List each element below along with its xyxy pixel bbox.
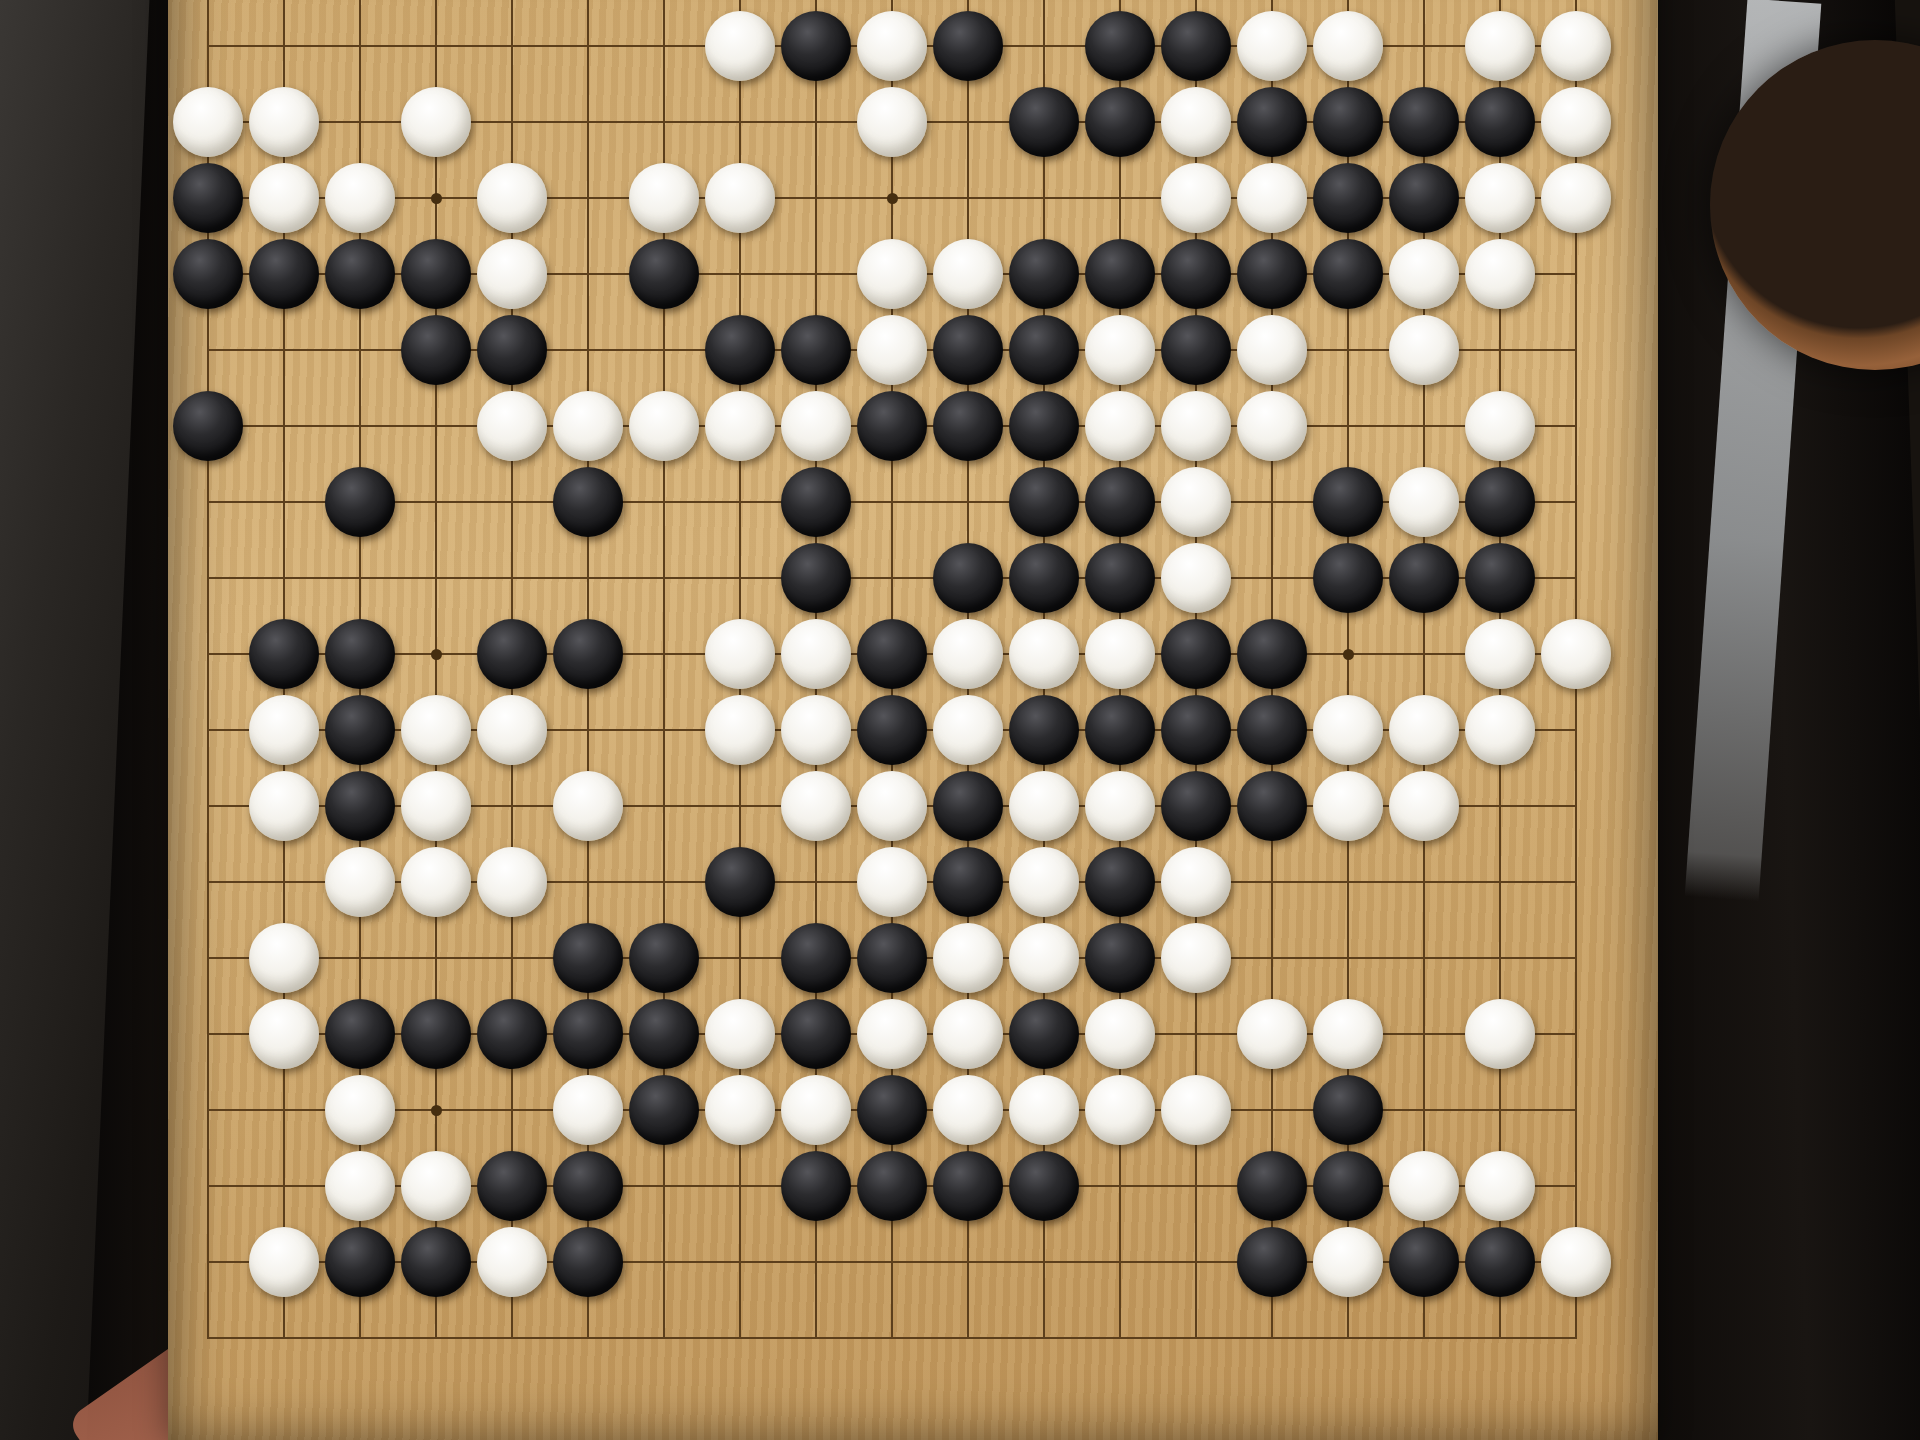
white-stone — [249, 999, 319, 1069]
black-stone — [553, 619, 623, 689]
black-stone — [325, 619, 395, 689]
white-stone — [1313, 11, 1383, 81]
white-stone — [1085, 315, 1155, 385]
black-stone — [173, 163, 243, 233]
black-stone — [477, 999, 547, 1069]
white-stone — [1541, 11, 1611, 81]
black-stone — [857, 923, 927, 993]
white-stone — [781, 619, 851, 689]
black-stone — [933, 543, 1003, 613]
black-stone — [933, 11, 1003, 81]
white-stone — [1085, 771, 1155, 841]
black-stone — [249, 619, 319, 689]
black-stone — [933, 1151, 1003, 1221]
black-stone — [1009, 87, 1079, 157]
white-stone — [1465, 163, 1535, 233]
white-stone — [477, 163, 547, 233]
white-stone — [1465, 239, 1535, 309]
white-stone — [1541, 87, 1611, 157]
white-stone — [249, 695, 319, 765]
white-stone — [1161, 1075, 1231, 1145]
black-stone — [1085, 847, 1155, 917]
black-stone — [1313, 1151, 1383, 1221]
white-stone — [1085, 1075, 1155, 1145]
black-stone — [325, 467, 395, 537]
white-stone — [249, 923, 319, 993]
black-stone — [1085, 695, 1155, 765]
black-stone — [1389, 1227, 1459, 1297]
white-stone — [705, 1075, 775, 1145]
black-stone — [857, 391, 927, 461]
white-stone — [1465, 391, 1535, 461]
black-stone — [325, 999, 395, 1069]
black-stone — [1085, 543, 1155, 613]
black-stone — [781, 1151, 851, 1221]
white-stone — [1009, 923, 1079, 993]
white-stone — [325, 1075, 395, 1145]
white-stone — [1161, 87, 1231, 157]
white-stone — [477, 847, 547, 917]
black-stone — [1009, 1151, 1079, 1221]
white-stone — [477, 695, 547, 765]
black-stone — [553, 1151, 623, 1221]
black-stone — [933, 315, 1003, 385]
white-stone — [1161, 467, 1231, 537]
black-stone — [1237, 1151, 1307, 1221]
black-stone — [1313, 87, 1383, 157]
white-stone — [553, 1075, 623, 1145]
black-stone — [477, 619, 547, 689]
white-stone — [401, 695, 471, 765]
black-stone — [325, 771, 395, 841]
white-stone — [933, 695, 1003, 765]
white-stone — [1313, 771, 1383, 841]
white-stone — [781, 391, 851, 461]
white-stone — [325, 1151, 395, 1221]
white-stone — [1389, 467, 1459, 537]
white-stone — [705, 695, 775, 765]
black-stone — [1313, 1075, 1383, 1145]
white-stone — [1009, 1075, 1079, 1145]
white-stone — [781, 695, 851, 765]
go-photo-scene: { "game": "go", "board_size": 19, "note_… — [0, 0, 1920, 1440]
black-stone — [1465, 87, 1535, 157]
white-stone — [1009, 847, 1079, 917]
black-stone — [1009, 999, 1079, 1069]
white-stone — [1161, 923, 1231, 993]
black-stone — [857, 619, 927, 689]
black-stone — [1313, 543, 1383, 613]
black-stone — [401, 999, 471, 1069]
white-stone — [1085, 999, 1155, 1069]
white-stone — [249, 771, 319, 841]
black-stone — [477, 1151, 547, 1221]
black-stone — [781, 467, 851, 537]
white-stone — [477, 391, 547, 461]
white-stone — [857, 11, 927, 81]
white-stone — [1465, 695, 1535, 765]
white-stone — [1465, 619, 1535, 689]
black-stone — [1389, 163, 1459, 233]
black-stone — [857, 1151, 927, 1221]
white-stone — [705, 999, 775, 1069]
black-stone — [1085, 11, 1155, 81]
black-stone — [781, 11, 851, 81]
black-stone — [1009, 391, 1079, 461]
black-stone — [1009, 543, 1079, 613]
black-stone — [401, 239, 471, 309]
black-stone — [629, 1075, 699, 1145]
white-stone — [1161, 847, 1231, 917]
white-stone — [1389, 315, 1459, 385]
white-stone — [857, 239, 927, 309]
white-stone — [629, 391, 699, 461]
black-stone — [1313, 239, 1383, 309]
black-stone — [1009, 239, 1079, 309]
white-stone — [553, 391, 623, 461]
white-stone — [401, 771, 471, 841]
black-stone — [781, 923, 851, 993]
black-stone — [477, 315, 547, 385]
white-stone — [1009, 771, 1079, 841]
white-stone — [857, 847, 927, 917]
black-stone — [1389, 543, 1459, 613]
black-stone — [249, 239, 319, 309]
black-stone — [401, 315, 471, 385]
black-stone — [1237, 619, 1307, 689]
white-stone — [629, 163, 699, 233]
white-stone — [1237, 11, 1307, 81]
black-stone — [1085, 467, 1155, 537]
white-stone — [325, 163, 395, 233]
black-stone — [933, 391, 1003, 461]
white-stone — [1541, 619, 1611, 689]
white-stone — [1085, 619, 1155, 689]
white-stone — [1389, 695, 1459, 765]
black-stone — [781, 999, 851, 1069]
white-stone — [705, 619, 775, 689]
black-stone — [1313, 467, 1383, 537]
black-stone — [705, 315, 775, 385]
white-stone — [1313, 1227, 1383, 1297]
black-stone — [401, 1227, 471, 1297]
black-stone — [629, 923, 699, 993]
white-stone — [933, 239, 1003, 309]
white-stone — [705, 163, 775, 233]
white-stone — [1009, 619, 1079, 689]
black-stone — [1085, 923, 1155, 993]
black-stone — [1009, 315, 1079, 385]
black-stone — [1161, 771, 1231, 841]
white-stone — [1465, 999, 1535, 1069]
black-stone — [553, 467, 623, 537]
black-stone — [173, 239, 243, 309]
black-stone — [1161, 239, 1231, 309]
white-stone — [1237, 999, 1307, 1069]
black-stone — [1465, 1227, 1535, 1297]
white-stone — [781, 771, 851, 841]
black-stone — [781, 543, 851, 613]
black-stone — [1465, 543, 1535, 613]
black-stone — [781, 315, 851, 385]
black-stone — [325, 1227, 395, 1297]
white-stone — [401, 1151, 471, 1221]
black-stone — [1237, 239, 1307, 309]
white-stone — [933, 999, 1003, 1069]
white-stone — [401, 847, 471, 917]
hoshi-point — [431, 1105, 442, 1116]
black-stone — [1237, 87, 1307, 157]
black-stone — [933, 847, 1003, 917]
white-stone — [705, 391, 775, 461]
black-stone — [1161, 11, 1231, 81]
white-stone — [857, 315, 927, 385]
black-stone — [857, 695, 927, 765]
black-stone — [553, 999, 623, 1069]
white-stone — [1465, 1151, 1535, 1221]
black-stone — [1237, 771, 1307, 841]
white-stone — [1313, 695, 1383, 765]
white-stone — [705, 11, 775, 81]
white-stone — [1313, 999, 1383, 1069]
white-stone — [1161, 391, 1231, 461]
white-stone — [1389, 771, 1459, 841]
white-stone — [933, 923, 1003, 993]
white-stone — [1237, 315, 1307, 385]
white-stone — [249, 87, 319, 157]
white-stone — [1161, 543, 1231, 613]
white-stone — [249, 1227, 319, 1297]
white-stone — [933, 619, 1003, 689]
black-stone — [1161, 695, 1231, 765]
black-stone — [933, 771, 1003, 841]
black-stone — [1465, 467, 1535, 537]
white-stone — [401, 87, 471, 157]
black-stone — [705, 847, 775, 917]
white-stone — [1161, 163, 1231, 233]
go-board — [168, 0, 1658, 1440]
white-stone — [781, 1075, 851, 1145]
black-stone — [325, 695, 395, 765]
black-stone — [1237, 695, 1307, 765]
black-stone — [553, 923, 623, 993]
black-stone — [1161, 619, 1231, 689]
white-stone — [1237, 163, 1307, 233]
black-stone — [1237, 1227, 1307, 1297]
black-stone — [629, 239, 699, 309]
black-stone — [857, 1075, 927, 1145]
white-stone — [933, 1075, 1003, 1145]
white-stone — [857, 999, 927, 1069]
white-stone — [1237, 391, 1307, 461]
hoshi-point — [431, 649, 442, 660]
white-stone — [477, 239, 547, 309]
white-stone — [1465, 11, 1535, 81]
black-stone — [1313, 163, 1383, 233]
white-stone — [1541, 163, 1611, 233]
white-stone — [1085, 391, 1155, 461]
black-stone — [173, 391, 243, 461]
white-stone — [857, 771, 927, 841]
black-stone — [629, 999, 699, 1069]
white-stone — [1541, 1227, 1611, 1297]
white-stone — [325, 847, 395, 917]
black-stone — [1009, 695, 1079, 765]
hoshi-point — [887, 193, 898, 204]
black-stone — [1389, 87, 1459, 157]
hoshi-point — [1343, 649, 1354, 660]
black-stone — [1161, 315, 1231, 385]
white-stone — [477, 1227, 547, 1297]
white-stone — [857, 87, 927, 157]
black-stone — [1085, 87, 1155, 157]
black-stone — [1085, 239, 1155, 309]
white-stone — [173, 87, 243, 157]
hoshi-point — [431, 193, 442, 204]
white-stone — [249, 163, 319, 233]
black-stone — [325, 239, 395, 309]
white-stone — [553, 771, 623, 841]
white-stone — [1389, 239, 1459, 309]
white-stone — [1389, 1151, 1459, 1221]
black-stone — [1009, 467, 1079, 537]
black-stone — [553, 1227, 623, 1297]
